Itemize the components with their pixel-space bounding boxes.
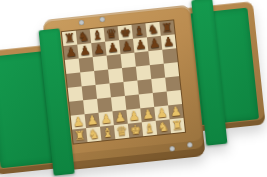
piece-black-pawn[interactable]: ♟: [120, 39, 133, 54]
square-b1[interactable]: ♞: [86, 127, 101, 142]
magnet-dot: [187, 142, 192, 147]
square-g1[interactable]: ♞: [156, 119, 171, 134]
piece-black-pawn[interactable]: ♟: [93, 42, 106, 57]
piece-black-pawn[interactable]: ♟: [65, 45, 78, 60]
magnet-dot: [100, 17, 105, 22]
chess-board: ♜♞♝♛♚♝♞♜♟♟♟♟♟♟♟♟♟♟♟♟♟♟♟♟♜♞♝♛♚♝♞♜: [62, 20, 185, 143]
piece-white-bishop[interactable]: ♝: [101, 125, 114, 140]
piece-black-pawn[interactable]: ♟: [134, 37, 147, 52]
piece-white-queen[interactable]: ♛: [115, 124, 128, 139]
square-a1[interactable]: ♜: [72, 128, 87, 143]
piece-white-bishop[interactable]: ♝: [143, 121, 156, 136]
square-e1[interactable]: ♚: [128, 122, 143, 137]
piece-white-knight[interactable]: ♞: [157, 119, 170, 134]
piece-white-king[interactable]: ♚: [129, 122, 142, 137]
piece-white-rook[interactable]: ♜: [171, 118, 184, 133]
piece-black-pawn[interactable]: ♟: [162, 34, 175, 49]
piece-black-pawn[interactable]: ♟: [106, 40, 119, 55]
piece-white-knight[interactable]: ♞: [87, 127, 100, 142]
piece-white-rook[interactable]: ♜: [74, 128, 87, 143]
travel-chess-set: ♜♞♝♛♚♝♞♜♟♟♟♟♟♟♟♟♟♟♟♟♟♟♟♟♜♞♝♛♚♝♞♜: [0, 0, 267, 177]
square-c1[interactable]: ♝: [100, 125, 115, 140]
piece-black-pawn[interactable]: ♟: [148, 36, 161, 51]
square-h1[interactable]: ♜: [170, 118, 185, 133]
photo-background: ♜♞♝♛♚♝♞♜♟♟♟♟♟♟♟♟♟♟♟♟♟♟♟♟♜♞♝♛♚♝♞♜: [0, 0, 267, 177]
square-f1[interactable]: ♝: [142, 121, 157, 136]
piece-black-pawn[interactable]: ♟: [79, 43, 92, 58]
square-d1[interactable]: ♛: [114, 124, 129, 139]
magnet-dot: [79, 20, 84, 25]
magnet-dot: [169, 146, 174, 151]
